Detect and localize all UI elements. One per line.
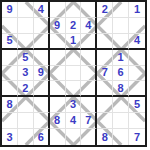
cell-r8c9[interactable]: [129, 113, 145, 129]
cell-r9c5[interactable]: [66, 129, 82, 145]
cell-r4c1[interactable]: [2, 50, 18, 66]
cell-r5c4[interactable]: [50, 66, 66, 82]
cell-r1c3[interactable]: 4: [34, 2, 50, 18]
cell-r7c4[interactable]: [50, 97, 66, 113]
given-digit: 9: [6, 4, 12, 15]
cell-r5c8[interactable]: 6: [113, 66, 129, 82]
cell-r3c4[interactable]: [50, 34, 66, 50]
cell-r8c1[interactable]: [2, 113, 18, 129]
cell-r6c1[interactable]: [2, 81, 18, 97]
cell-r1c9[interactable]: 1: [129, 2, 145, 18]
given-digit: 3: [22, 67, 28, 78]
cell-r8c2[interactable]: [18, 113, 34, 129]
argyle-sudoku-page: 9421924514513976288358473687: [0, 0, 150, 150]
cell-r9c1[interactable]: 3: [2, 129, 18, 145]
cell-r4c9[interactable]: [129, 50, 145, 66]
given-digit: 5: [22, 52, 28, 63]
cell-r1c7[interactable]: 2: [97, 2, 113, 18]
cell-r6c8[interactable]: 8: [113, 81, 129, 97]
cell-r8c8[interactable]: [113, 113, 129, 129]
cell-r6c6[interactable]: [81, 81, 97, 97]
cell-r3c1[interactable]: 5: [2, 34, 18, 50]
sudoku-cell-grid: 9421924514513976288358473687: [2, 2, 145, 145]
cell-r8c3[interactable]: [34, 113, 50, 129]
cell-r2c1[interactable]: [2, 18, 18, 34]
cell-r1c4[interactable]: [50, 2, 66, 18]
cell-r7c8[interactable]: [113, 97, 129, 113]
cell-r4c6[interactable]: [81, 50, 97, 66]
cell-r8c5[interactable]: 4: [66, 113, 82, 129]
cell-r2c6[interactable]: 4: [81, 18, 97, 34]
cell-r1c6[interactable]: [81, 2, 97, 18]
given-digit: 4: [134, 35, 140, 46]
given-digit: 8: [102, 132, 108, 143]
cell-r5c2[interactable]: 3: [18, 66, 34, 82]
cell-r4c8[interactable]: 1: [113, 50, 129, 66]
cell-r6c2[interactable]: 2: [18, 81, 34, 97]
cell-r7c9[interactable]: 5: [129, 97, 145, 113]
cell-r6c9[interactable]: [129, 81, 145, 97]
cell-r3c7[interactable]: [97, 34, 113, 50]
cell-r4c3[interactable]: [34, 50, 50, 66]
cell-r1c1[interactable]: 9: [2, 2, 18, 18]
cell-r9c6[interactable]: [81, 129, 97, 145]
cell-r2c3[interactable]: [34, 18, 50, 34]
given-digit: 7: [102, 67, 108, 78]
cell-r3c2[interactable]: [18, 34, 34, 50]
given-digit: 2: [102, 4, 108, 15]
cell-r2c5[interactable]: 2: [66, 18, 82, 34]
given-digit: 2: [70, 20, 76, 31]
cell-r2c4[interactable]: 9: [50, 18, 66, 34]
cell-r8c6[interactable]: 7: [81, 113, 97, 129]
given-digit: 8: [6, 99, 12, 110]
given-digit: 7: [85, 115, 91, 126]
cell-r2c2[interactable]: [18, 18, 34, 34]
cell-r6c3[interactable]: [34, 81, 50, 97]
cell-r7c7[interactable]: [97, 97, 113, 113]
cell-r4c2[interactable]: 5: [18, 50, 34, 66]
cell-r8c7[interactable]: [97, 113, 113, 129]
cell-r3c8[interactable]: [113, 34, 129, 50]
sudoku-board: 9421924514513976288358473687: [0, 0, 147, 147]
cell-r1c5[interactable]: [66, 2, 82, 18]
cell-r5c6[interactable]: [81, 66, 97, 82]
cell-r9c7[interactable]: 8: [97, 129, 113, 145]
cell-r9c2[interactable]: [18, 129, 34, 145]
cell-r9c3[interactable]: 6: [34, 129, 50, 145]
cell-r2c9[interactable]: [129, 18, 145, 34]
given-digit: 1: [70, 35, 76, 46]
cell-r5c3[interactable]: 9: [34, 66, 50, 82]
given-digit: 3: [6, 132, 12, 143]
cell-r7c3[interactable]: [34, 97, 50, 113]
cell-r3c3[interactable]: [34, 34, 50, 50]
given-digit: 6: [38, 132, 44, 143]
given-digit: 2: [22, 83, 28, 94]
cell-r6c5[interactable]: [66, 81, 82, 97]
given-digit: 1: [118, 52, 124, 63]
cell-r7c1[interactable]: 8: [2, 97, 18, 113]
cell-r7c5[interactable]: 3: [66, 97, 82, 113]
cell-r2c8[interactable]: [113, 18, 129, 34]
cell-r9c8[interactable]: [113, 129, 129, 145]
given-digit: 7: [134, 132, 140, 143]
cell-r5c1[interactable]: [2, 66, 18, 82]
given-digit: 4: [85, 20, 91, 31]
given-digit: 5: [6, 35, 12, 46]
given-digit: 1: [134, 4, 140, 15]
given-digit: 3: [70, 99, 76, 110]
given-digit: 8: [118, 83, 124, 94]
cell-r5c7[interactable]: 7: [97, 66, 113, 82]
cell-r3c6[interactable]: [81, 34, 97, 50]
cell-r1c2[interactable]: [18, 2, 34, 18]
cell-r6c7[interactable]: [97, 81, 113, 97]
cell-r9c9[interactable]: 7: [129, 129, 145, 145]
given-digit: 6: [118, 67, 124, 78]
cell-r4c7[interactable]: [97, 50, 113, 66]
cell-r4c4[interactable]: [50, 50, 66, 66]
given-digit: 4: [38, 4, 44, 15]
cell-r3c5[interactable]: 1: [66, 34, 82, 50]
given-digit: 5: [134, 99, 140, 110]
sudoku-board-inner: 9421924514513976288358473687: [2, 2, 145, 145]
given-digit: 8: [54, 115, 60, 126]
cell-r2c7[interactable]: [97, 18, 113, 34]
cell-r7c2[interactable]: [18, 97, 34, 113]
cell-r1c8[interactable]: [113, 2, 129, 18]
cell-r4c5[interactable]: [66, 50, 82, 66]
cell-r7c6[interactable]: [81, 97, 97, 113]
cell-r8c4[interactable]: 8: [50, 113, 66, 129]
cell-r6c4[interactable]: [50, 81, 66, 97]
given-digit: 4: [70, 115, 76, 126]
given-digit: 9: [54, 20, 60, 31]
given-digit: 9: [38, 67, 44, 78]
cell-r3c9[interactable]: 4: [129, 34, 145, 50]
cell-r5c9[interactable]: [129, 66, 145, 82]
cell-r9c4[interactable]: [50, 129, 66, 145]
cell-r5c5[interactable]: [66, 66, 82, 82]
